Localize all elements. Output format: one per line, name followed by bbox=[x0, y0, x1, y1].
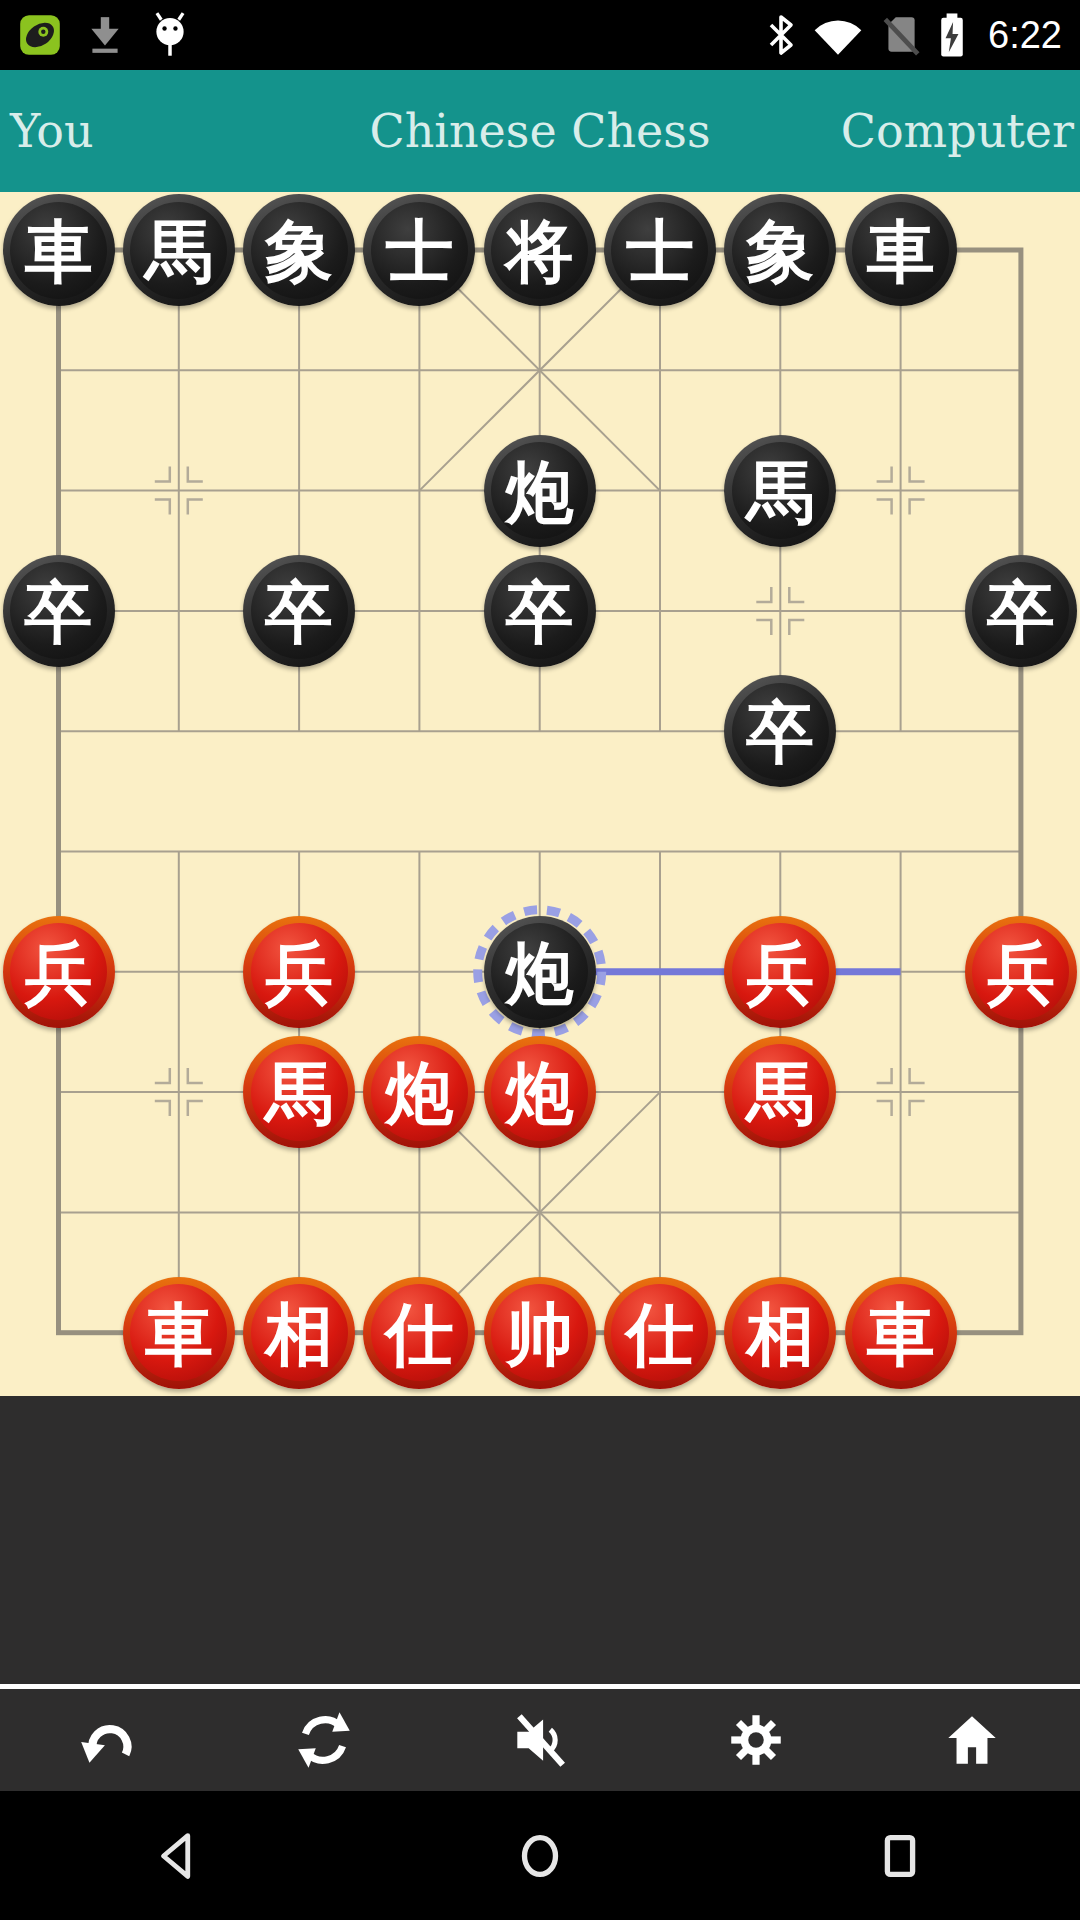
piece-black-炮-f4r6[interactable]: 炮 bbox=[480, 912, 600, 1032]
battery-charging-icon bbox=[938, 12, 966, 58]
nav-home-button[interactable] bbox=[360, 1825, 720, 1887]
volume-off-icon bbox=[507, 1707, 573, 1773]
piece-glyph: 将 bbox=[506, 217, 574, 285]
bluetooth-icon bbox=[766, 12, 796, 58]
piece-red-仕-f5r9[interactable]: 仕 bbox=[600, 1273, 720, 1393]
piece-red-馬-f6r7[interactable]: 馬 bbox=[720, 1032, 840, 1152]
piece-red-兵-f6r6[interactable]: 兵 bbox=[720, 912, 840, 1032]
settings-gear-icon bbox=[723, 1707, 789, 1773]
nav-home-icon bbox=[509, 1825, 571, 1887]
piece-glyph: 兵 bbox=[746, 939, 814, 1007]
status-bar: 6:22 bbox=[0, 0, 1080, 70]
no-sim-icon bbox=[880, 13, 922, 57]
home-icon bbox=[939, 1707, 1005, 1773]
screen: 6:22 You Chinese Chess Computer 車馬象士将士象車… bbox=[0, 0, 1080, 1920]
piece-glyph: 車 bbox=[25, 217, 93, 285]
piece-red-相-f2r9[interactable]: 相 bbox=[239, 1273, 359, 1393]
nav-back-icon bbox=[149, 1825, 211, 1887]
piece-glyph: 卒 bbox=[265, 578, 333, 646]
piece-glyph: 相 bbox=[265, 1300, 333, 1368]
piece-glyph: 帅 bbox=[506, 1300, 574, 1368]
piece-glyph: 車 bbox=[145, 1300, 213, 1368]
settings-button[interactable] bbox=[648, 1689, 864, 1791]
piece-red-仕-f3r9[interactable]: 仕 bbox=[359, 1273, 479, 1393]
piece-glyph: 炮 bbox=[506, 458, 574, 526]
piece-black-卒-f6r4[interactable]: 卒 bbox=[720, 671, 840, 791]
wifi-icon bbox=[812, 14, 864, 56]
pieces-layer: 車馬象士将士象車炮馬卒卒卒卒卒炮兵兵兵兵馬炮炮馬車相仕帅仕相車 bbox=[0, 190, 1080, 1393]
move-list-panel bbox=[0, 1396, 1080, 1684]
status-icons-right: 6:22 bbox=[766, 12, 1062, 58]
piece-red-炮-f4r7[interactable]: 炮 bbox=[480, 1032, 600, 1152]
piece-black-馬-f6r2[interactable]: 馬 bbox=[720, 430, 840, 550]
piece-black-象-f6r0[interactable]: 象 bbox=[720, 190, 840, 310]
mute-button[interactable] bbox=[432, 1689, 648, 1791]
piece-glyph: 象 bbox=[746, 217, 814, 285]
piece-glyph: 卒 bbox=[25, 578, 93, 646]
nav-recents-icon bbox=[869, 1825, 931, 1887]
piece-glyph: 馬 bbox=[746, 1059, 814, 1127]
piece-red-車-f1r9[interactable]: 車 bbox=[119, 1273, 239, 1393]
piece-glyph: 炮 bbox=[506, 1059, 574, 1127]
piece-black-士-f3r0[interactable]: 士 bbox=[359, 190, 479, 310]
android-icon bbox=[148, 11, 192, 59]
header: You Chinese Chess Computer bbox=[0, 70, 1080, 192]
player-right-label: Computer bbox=[841, 104, 1074, 158]
piece-glyph: 兵 bbox=[25, 939, 93, 1007]
piece-glyph: 車 bbox=[867, 217, 935, 285]
piece-glyph: 炮 bbox=[506, 939, 574, 1007]
refresh-button[interactable] bbox=[216, 1689, 432, 1791]
piece-red-帅-f4r9[interactable]: 帅 bbox=[480, 1273, 600, 1393]
piece-red-炮-f3r7[interactable]: 炮 bbox=[359, 1032, 479, 1152]
toolbar bbox=[0, 1689, 1080, 1791]
piece-black-象-f2r0[interactable]: 象 bbox=[239, 190, 359, 310]
piece-black-馬-f1r0[interactable]: 馬 bbox=[119, 190, 239, 310]
piece-black-炮-f4r2[interactable]: 炮 bbox=[480, 430, 600, 550]
piece-glyph: 車 bbox=[867, 1300, 935, 1368]
piece-black-車-f0r0[interactable]: 車 bbox=[0, 190, 119, 310]
piece-glyph: 卒 bbox=[746, 698, 814, 766]
download-icon bbox=[84, 14, 126, 56]
nav-back-button[interactable] bbox=[0, 1825, 360, 1887]
undo-button[interactable] bbox=[0, 1689, 216, 1791]
piece-glyph: 象 bbox=[265, 217, 333, 285]
piece-glyph: 馬 bbox=[746, 458, 814, 526]
piece-glyph: 仕 bbox=[385, 1300, 453, 1368]
undo-icon bbox=[75, 1707, 141, 1773]
piece-glyph: 炮 bbox=[385, 1059, 453, 1127]
piece-red-兵-f0r6[interactable]: 兵 bbox=[0, 912, 119, 1032]
piece-red-兵-f8r6[interactable]: 兵 bbox=[961, 912, 1080, 1032]
piece-glyph: 馬 bbox=[265, 1059, 333, 1127]
piece-black-卒-f0r3[interactable]: 卒 bbox=[0, 551, 119, 671]
status-icons-left bbox=[18, 11, 192, 59]
piece-red-車-f7r9[interactable]: 車 bbox=[840, 1273, 960, 1393]
piece-red-馬-f2r7[interactable]: 馬 bbox=[239, 1032, 359, 1152]
piece-black-卒-f2r3[interactable]: 卒 bbox=[239, 551, 359, 671]
home-button[interactable] bbox=[864, 1689, 1080, 1791]
piece-black-士-f5r0[interactable]: 士 bbox=[600, 190, 720, 310]
piece-glyph: 仕 bbox=[626, 1300, 694, 1368]
piece-black-車-f7r0[interactable]: 車 bbox=[840, 190, 960, 310]
piece-glyph: 馬 bbox=[145, 217, 213, 285]
piece-glyph: 相 bbox=[746, 1300, 814, 1368]
piece-glyph: 卒 bbox=[506, 578, 574, 646]
piece-black-将-f4r0[interactable]: 将 bbox=[480, 190, 600, 310]
piece-glyph: 卒 bbox=[987, 578, 1055, 646]
piece-glyph: 士 bbox=[626, 217, 694, 285]
android-nav-bar bbox=[0, 1791, 1080, 1920]
piece-red-兵-f2r6[interactable]: 兵 bbox=[239, 912, 359, 1032]
refresh-icon bbox=[291, 1707, 357, 1773]
app-icon bbox=[18, 13, 62, 57]
xiangqi-board[interactable]: 車馬象士将士象車炮馬卒卒卒卒卒炮兵兵兵兵馬炮炮馬車相仕帅仕相車 bbox=[0, 192, 1080, 1396]
piece-glyph: 兵 bbox=[265, 939, 333, 1007]
piece-black-卒-f4r3[interactable]: 卒 bbox=[480, 551, 600, 671]
clock: 6:22 bbox=[988, 16, 1062, 54]
piece-glyph: 兵 bbox=[987, 939, 1055, 1007]
nav-recents-button[interactable] bbox=[720, 1825, 1080, 1887]
piece-glyph: 士 bbox=[385, 217, 453, 285]
piece-red-相-f6r9[interactable]: 相 bbox=[720, 1273, 840, 1393]
piece-black-卒-f8r3[interactable]: 卒 bbox=[961, 551, 1080, 671]
